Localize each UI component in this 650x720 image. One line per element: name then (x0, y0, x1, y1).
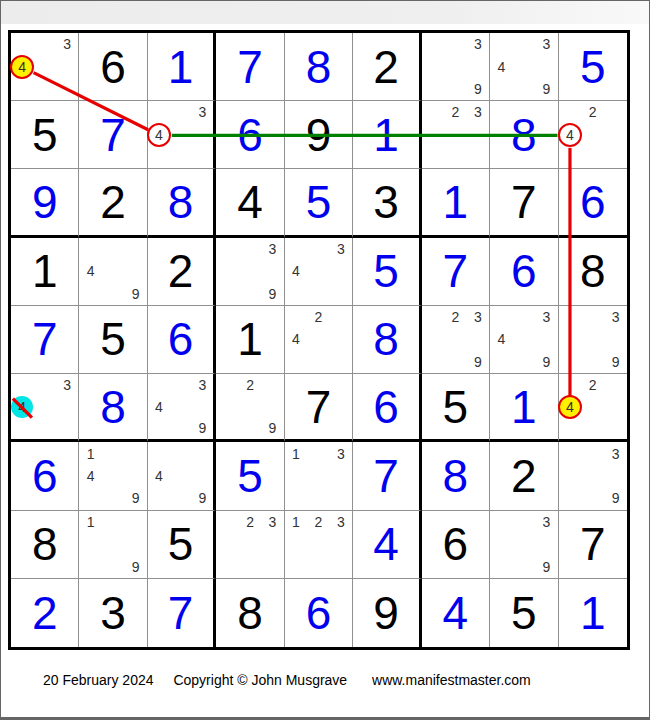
cell-r4c2[interactable]: 49 (79, 238, 147, 306)
cell-r8c5[interactable]: 123 (285, 511, 353, 579)
cell-r6c5[interactable]: 7 (285, 374, 353, 442)
candidate-grid: 349 (490, 33, 557, 100)
footer-date: 20 February 2024 (43, 672, 154, 688)
candidate-slot: 4 (490, 328, 512, 350)
candidate-slot (604, 374, 627, 396)
candidate-slot (330, 351, 352, 373)
footer-copyright: Copyright © John Musgrave (173, 672, 347, 688)
candidate-slot (102, 238, 124, 260)
candidate-slot (239, 260, 261, 282)
cell-r4c4[interactable]: 39 (216, 238, 284, 306)
cell-r2c6[interactable]: 1 (353, 101, 421, 169)
candidate-slot (170, 146, 192, 168)
candidate-slot: 3 (604, 442, 627, 464)
given-digit: 8 (237, 590, 263, 636)
solved-digit: 5 (580, 44, 606, 90)
cell-r6c8[interactable]: 1 (490, 374, 558, 442)
candidate-slot (124, 442, 146, 464)
candidate-slot (422, 55, 444, 77)
candidate-slot: 4 (285, 260, 307, 282)
candidate-grid: 34 (11, 33, 78, 100)
candidate-grid: 39 (422, 33, 489, 100)
cell-r2c9[interactable]: 24 (559, 101, 627, 169)
candidate-slot (330, 306, 352, 328)
given-digit: 9 (373, 590, 399, 636)
candidate-slot (559, 418, 582, 440)
cell-r8c4[interactable]: 23 (216, 511, 284, 579)
candidate-slot (422, 351, 444, 373)
candidate-slot (124, 465, 146, 487)
candidate-slot (330, 555, 352, 577)
cell-r8c2[interactable]: 19 (79, 511, 147, 579)
solved-digit: 4 (443, 590, 469, 636)
solved-digit: 6 (373, 384, 399, 430)
candidate-slot (490, 306, 512, 328)
candidate-slot (79, 238, 101, 260)
candidate-slot (192, 146, 214, 168)
cell-r6c9[interactable]: 24 (559, 374, 627, 442)
cell-r3c5[interactable]: 5 (285, 169, 353, 237)
cell-r6c2[interactable]: 8 (79, 374, 147, 442)
cell-r3c8[interactable]: 7 (490, 169, 558, 237)
cell-r5c1[interactable]: 7 (11, 306, 79, 374)
candidate-slot (444, 78, 466, 100)
candidate-slot: 3 (192, 374, 214, 396)
candidate-slot (444, 328, 466, 350)
candidate-slot (513, 78, 535, 100)
candidate-slot (148, 442, 170, 464)
cell-r7c4[interactable]: 5 (216, 442, 284, 510)
candidate-slot (604, 396, 627, 418)
candidate-slot (559, 306, 582, 328)
candidate-slot (307, 487, 329, 509)
candidate-slot (261, 374, 283, 396)
cell-r6c7[interactable]: 5 (422, 374, 490, 442)
candidate-slot (285, 487, 307, 509)
candidate-slot: 9 (467, 78, 489, 100)
candidate-slot (102, 533, 124, 555)
candidate-slot: 3 (467, 33, 489, 55)
cell-r1c3[interactable]: 1 (148, 33, 216, 101)
candidate-slot (307, 282, 329, 304)
cell-r4c6[interactable]: 5 (353, 238, 421, 306)
cell-r2c7[interactable]: 23 (422, 101, 490, 169)
candidate-slot (444, 146, 466, 168)
candidate-slot: 3 (467, 306, 489, 328)
candidate-slot (581, 465, 604, 487)
candidate-slot (239, 238, 261, 260)
candidate-slot (79, 555, 101, 577)
candidate-slot: 2 (444, 306, 466, 328)
candidate-slot: 2 (239, 374, 261, 396)
candidate-slot: 4 (490, 55, 512, 77)
candidate-slot (261, 260, 283, 282)
cell-r5c8[interactable]: 349 (490, 306, 558, 374)
cell-r9c9[interactable]: 1 (559, 579, 627, 647)
solved-digit: 7 (32, 316, 58, 362)
cell-r7c1[interactable]: 6 (11, 442, 79, 510)
cell-r3c9[interactable]: 6 (559, 169, 627, 237)
candidate-slot (192, 124, 214, 146)
candidate-slot (56, 418, 78, 440)
candidate-slot (490, 351, 512, 373)
solved-digit: 5 (306, 179, 332, 225)
candidate-slot (513, 511, 535, 533)
candidate-slot: 2 (307, 511, 329, 533)
candidate-slot (604, 101, 627, 123)
candidate-slot (170, 487, 192, 509)
candidate-grid: 24 (559, 101, 627, 168)
candidate-slot (33, 78, 55, 100)
candidate-slot (239, 396, 261, 418)
given-digit: 7 (306, 384, 332, 430)
solved-digit: 8 (306, 44, 332, 90)
candidate-slot: 2 (444, 101, 466, 123)
candidate-slot (56, 78, 78, 100)
cell-r7c8[interactable]: 2 (490, 442, 558, 510)
cell-r2c5[interactable]: 9 (285, 101, 353, 169)
cell-r1c7[interactable]: 39 (422, 33, 490, 101)
candidate-slot (307, 442, 329, 464)
given-digit: 6 (443, 521, 469, 567)
cell-r3c2[interactable]: 2 (79, 169, 147, 237)
cell-r9c8[interactable]: 5 (490, 579, 558, 647)
candidate-slot (192, 442, 214, 464)
cell-r9c2[interactable]: 3 (79, 579, 147, 647)
candidate-slot (11, 374, 33, 396)
candidate-slot (124, 533, 146, 555)
candidate-slot (216, 396, 238, 418)
candidate-grid: 34 (11, 374, 78, 439)
candidate-slot: 9 (467, 351, 489, 373)
candidate-slot (467, 124, 489, 146)
candidate-slot (170, 465, 192, 487)
given-digit: 2 (511, 453, 537, 499)
solved-digit: 7 (100, 112, 126, 158)
candidate-slot: 3 (535, 306, 557, 328)
candidate-slot (261, 533, 283, 555)
candidate-slot (285, 306, 307, 328)
candidate-slot (102, 260, 124, 282)
candidate-slot (559, 101, 582, 123)
candidate-slot: 9 (192, 487, 214, 509)
candidate-slot: 9 (535, 78, 557, 100)
candidate-slot (285, 465, 307, 487)
board: 3461782393495573469123824928453176149239… (8, 30, 630, 650)
candidate-slot (559, 465, 582, 487)
candidate-slot (79, 487, 101, 509)
solved-digit: 6 (168, 316, 194, 362)
cell-r5c7[interactable]: 239 (422, 306, 490, 374)
candidate-grid: 123 (285, 511, 352, 578)
candidate-slot (239, 282, 261, 304)
candidate-slot (192, 396, 214, 418)
candidate-slot (307, 533, 329, 555)
candidate-slot: 3 (192, 101, 214, 123)
candidate-slot (216, 238, 238, 260)
solved-digit: 6 (237, 112, 263, 158)
cell-r1c4[interactable]: 7 (216, 33, 284, 101)
candidate-slot (285, 555, 307, 577)
candidate-slot (422, 124, 444, 146)
candidate-slot (513, 351, 535, 373)
candidate-slot (216, 374, 238, 396)
footer: 20 February 2024 Copyright © John Musgra… (43, 672, 531, 688)
candidate-slot (581, 328, 604, 350)
candidate-grid: 34 (285, 238, 352, 305)
cell-r9c7[interactable]: 4 (422, 579, 490, 647)
candidate-grid: 239 (422, 306, 489, 373)
cell-r8c6[interactable]: 4 (353, 511, 421, 579)
given-digit: 3 (100, 590, 126, 636)
cell-r7c9[interactable]: 39 (559, 442, 627, 510)
candidate-slot (102, 465, 124, 487)
cell-r4c7[interactable]: 7 (422, 238, 490, 306)
candidate-slot (216, 282, 238, 304)
cell-r8c9[interactable]: 7 (559, 511, 627, 579)
candidate-slot (239, 533, 261, 555)
candidate-slot (285, 282, 307, 304)
cell-r8c7[interactable]: 6 (422, 511, 490, 579)
candidate-slot (307, 328, 329, 350)
title-bar (1, 1, 649, 24)
cell-r9c3[interactable]: 7 (148, 579, 216, 647)
cell-r9c6[interactable]: 9 (353, 579, 421, 647)
candidate-slot (239, 555, 261, 577)
candidate-grid: 39 (490, 511, 557, 578)
candidate-slot: 3 (604, 306, 627, 328)
candidate-slot (513, 306, 535, 328)
cell-r5c2[interactable]: 5 (79, 306, 147, 374)
solved-digit: 1 (443, 179, 469, 225)
cell-r1c8[interactable]: 349 (490, 33, 558, 101)
candidate-slot (79, 533, 101, 555)
cell-r7c3[interactable]: 49 (148, 442, 216, 510)
cell-r1c9[interactable]: 5 (559, 33, 627, 101)
candidate-slot (490, 533, 512, 555)
candidate-slot: 3 (261, 238, 283, 260)
candidate-slot (330, 465, 352, 487)
candidate-slot (535, 55, 557, 77)
candidate-slot (444, 55, 466, 77)
solved-digit: 6 (306, 590, 332, 636)
solved-digit: 6 (511, 248, 537, 294)
candidate-slot: 9 (535, 555, 557, 577)
cell-r9c4[interactable]: 8 (216, 579, 284, 647)
candidate-slot: 1 (285, 442, 307, 464)
candidate-slot: 9 (124, 487, 146, 509)
solved-digit: 8 (373, 316, 399, 362)
candidate-slot: 3 (467, 101, 489, 123)
cell-r4c9[interactable]: 8 (559, 238, 627, 306)
candidate-slot (216, 555, 238, 577)
cell-r8c3[interactable]: 5 (148, 511, 216, 579)
candidate-slot: 9 (124, 282, 146, 304)
candidate-slot (124, 511, 146, 533)
candidate-slot: 4 (148, 465, 170, 487)
cell-r3c6[interactable]: 3 (353, 169, 421, 237)
candidate-grid: 24 (559, 374, 627, 439)
given-digit: 1 (32, 248, 58, 294)
candidate-slot (170, 374, 192, 396)
cell-r2c3[interactable]: 34 (148, 101, 216, 169)
candidate-slot (330, 282, 352, 304)
candidate-slot (102, 282, 124, 304)
candidate-slot (604, 418, 627, 440)
app-window: 3461782393495573469123824928453176149239… (0, 0, 650, 720)
candidate-slot (330, 260, 352, 282)
candidate-grid: 149 (79, 442, 146, 509)
candidate-slot (604, 465, 627, 487)
candidate-grid: 349 (490, 306, 557, 373)
cell-r1c2[interactable]: 6 (79, 33, 147, 101)
solved-digit: 6 (32, 453, 58, 499)
solved-digit: 1 (580, 590, 606, 636)
cell-r8c1[interactable]: 8 (11, 511, 79, 579)
candidate-slot (261, 555, 283, 577)
cell-r1c5[interactable]: 8 (285, 33, 353, 101)
candidate-slot: 3 (261, 511, 283, 533)
solved-digit: 1 (511, 384, 537, 430)
candidate-slot (604, 124, 627, 146)
cell-r2c8[interactable]: 8 (490, 101, 558, 169)
candidate-slot (513, 328, 535, 350)
candidate-slot (581, 351, 604, 373)
candidate-slot (513, 533, 535, 555)
candidate-slot (148, 418, 170, 440)
given-digit: 7 (580, 521, 606, 567)
candidate-slot (148, 487, 170, 509)
cell-r5c6[interactable]: 8 (353, 306, 421, 374)
candidate-slot (559, 487, 582, 509)
solved-digit: 5 (373, 248, 399, 294)
candidate-slot (102, 442, 124, 464)
cell-r3c7[interactable]: 1 (422, 169, 490, 237)
candidate-slot: 3 (330, 442, 352, 464)
candidate-ring-highlight: 4 (559, 124, 582, 146)
cell-r4c3[interactable]: 2 (148, 238, 216, 306)
candidate-slot: 9 (604, 487, 627, 509)
candidate-slot (330, 533, 352, 555)
cell-r4c5[interactable]: 34 (285, 238, 353, 306)
candidate-slot (124, 238, 146, 260)
candidate-slot: 9 (124, 555, 146, 577)
candidate-slot: 1 (79, 511, 101, 533)
cell-r2c2[interactable]: 7 (79, 101, 147, 169)
solved-digit: 7 (443, 248, 469, 294)
cell-r1c6[interactable]: 2 (353, 33, 421, 101)
given-digit: 5 (443, 384, 469, 430)
candidate-slot: 1 (79, 442, 101, 464)
cell-r2c1[interactable]: 5 (11, 101, 79, 169)
candidate-slot (422, 328, 444, 350)
candidate-slot (102, 555, 124, 577)
candidate-slot (581, 442, 604, 464)
cell-r5c3[interactable]: 6 (148, 306, 216, 374)
candidate-slot (33, 374, 55, 396)
candidate-grid: 19 (79, 511, 146, 578)
candidate-slot (490, 555, 512, 577)
cell-r5c5[interactable]: 24 (285, 306, 353, 374)
cell-r7c7[interactable]: 8 (422, 442, 490, 510)
solved-digit: 8 (100, 384, 126, 430)
given-digit: 7 (511, 179, 537, 225)
candidate-slot (490, 511, 512, 533)
cell-r6c3[interactable]: 349 (148, 374, 216, 442)
candidate-slot: 9 (535, 351, 557, 373)
candidate-slot: 4 (285, 328, 307, 350)
solved-digit: 5 (237, 453, 263, 499)
cell-r4c8[interactable]: 6 (490, 238, 558, 306)
candidate-slot (11, 418, 33, 440)
candidate-grid: 23 (422, 101, 489, 168)
candidate-grid: 349 (148, 374, 213, 439)
candidate-slot (170, 418, 192, 440)
candidate-grid: 24 (285, 306, 352, 373)
candidate-slot (581, 306, 604, 328)
cell-r9c1[interactable]: 2 (11, 579, 79, 647)
cell-r6c1[interactable]: 34 (11, 374, 79, 442)
candidate-slot (33, 55, 55, 77)
candidate-slot: 3 (330, 511, 352, 533)
cell-r7c2[interactable]: 149 (79, 442, 147, 510)
candidate-grid: 39 (559, 306, 627, 373)
solved-digit: 4 (373, 521, 399, 567)
candidate-slot (102, 511, 124, 533)
candidate-slot: 3 (56, 374, 78, 396)
candidate-slot: 4 (79, 260, 101, 282)
candidate-slot (444, 351, 466, 373)
candidate-slot (535, 533, 557, 555)
candidate-slot (422, 33, 444, 55)
candidate-slot: 4 (79, 465, 101, 487)
cell-r8c8[interactable]: 39 (490, 511, 558, 579)
candidate-slot (216, 511, 238, 533)
cell-r9c5[interactable]: 6 (285, 579, 353, 647)
candidate-slot (33, 33, 55, 55)
candidate-slot (148, 101, 170, 123)
cell-r7c6[interactable]: 7 (353, 442, 421, 510)
cell-r6c6[interactable]: 6 (353, 374, 421, 442)
cell-r2c4[interactable]: 6 (216, 101, 284, 169)
candidate-slot (148, 146, 170, 168)
cell-r3c3[interactable]: 8 (148, 169, 216, 237)
cell-r3c1[interactable]: 9 (11, 169, 79, 237)
cell-r4c1[interactable]: 1 (11, 238, 79, 306)
candidate-slot (216, 533, 238, 555)
given-digit: 5 (32, 112, 58, 158)
candidate-slot (170, 124, 192, 146)
candidate-slot (170, 442, 192, 464)
candidate-slot (581, 418, 604, 440)
cell-r5c9[interactable]: 39 (559, 306, 627, 374)
candidate-slot: 9 (261, 282, 283, 304)
candidate-slot (581, 124, 604, 146)
candidate-slot (444, 33, 466, 55)
candidate-slot (422, 146, 444, 168)
candidate-slot (559, 351, 582, 373)
solved-digit: 8 (511, 112, 537, 158)
cell-r5c4[interactable]: 1 (216, 306, 284, 374)
cell-r6c4[interactable]: 29 (216, 374, 284, 442)
candidate-slot (581, 396, 604, 418)
cell-r7c5[interactable]: 13 (285, 442, 353, 510)
candidate-yellow-highlight: 4 (11, 55, 33, 77)
candidate-slot (513, 555, 535, 577)
cell-r1c1[interactable]: 34 (11, 33, 79, 101)
cell-r3c4[interactable]: 4 (216, 169, 284, 237)
given-digit: 2 (168, 248, 194, 294)
